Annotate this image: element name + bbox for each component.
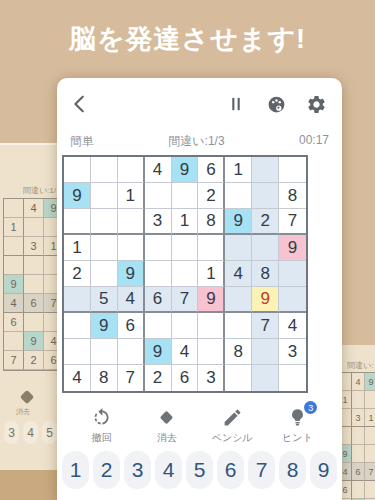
gear-icon — [306, 94, 327, 115]
cell-r8c2[interactable] — [91, 339, 118, 365]
timer: 00:17 — [299, 133, 329, 150]
cell-r8c8[interactable] — [252, 339, 279, 365]
cell-r8c3[interactable] — [118, 339, 145, 365]
mini-cell: 6 — [352, 463, 365, 481]
numpad-1[interactable]: 1 — [62, 451, 89, 489]
mini-cell — [4, 256, 24, 275]
mini-cell: 1 — [4, 218, 24, 237]
toolbar: 撤回 消去 ペンシル 3 ヒント — [57, 407, 342, 445]
mini-cell — [342, 427, 352, 445]
cell-r4c2[interactable] — [91, 235, 118, 261]
cell-r5c7[interactable]: 4 — [225, 261, 252, 287]
mini-cell — [365, 427, 375, 445]
numpad-4[interactable]: 4 — [155, 451, 182, 489]
cell-r4c4[interactable] — [145, 235, 172, 261]
cell-r5c3[interactable]: 9 — [118, 261, 145, 287]
cell-r2c1[interactable]: 9 — [64, 183, 91, 209]
mini-cell: 4 — [44, 332, 57, 351]
numpad-8[interactable]: 8 — [279, 451, 306, 489]
mini-cell — [24, 218, 44, 237]
mini-cell — [4, 237, 24, 256]
mistakes-counter: 間違い:1/3 — [168, 133, 224, 150]
cell-r4c6[interactable] — [198, 235, 225, 261]
theme-button[interactable] — [264, 92, 288, 116]
cell-r4c9[interactable]: 9 — [279, 235, 306, 261]
mini-cell: 9 — [44, 199, 57, 218]
cell-r9c7[interactable] — [225, 365, 252, 391]
cell-r8c9[interactable]: 3 — [279, 339, 306, 365]
undo-button[interactable]: 撤回 — [80, 407, 124, 445]
background-strip — [0, 470, 57, 500]
mini-cell: 7 — [4, 351, 24, 370]
cell-r7c9[interactable]: 4 — [279, 313, 306, 339]
cell-r7c4[interactable] — [145, 313, 172, 339]
eraser-icon — [20, 390, 34, 404]
cell-r3c9[interactable]: 7 — [279, 209, 306, 235]
mini-sudoku-grid-left: 491319467694726 — [3, 198, 57, 371]
cell-r1c8[interactable] — [252, 157, 279, 183]
cell-r3c6[interactable]: 8 — [198, 209, 225, 235]
mini-cell: 1 — [342, 391, 352, 409]
back-button[interactable] — [67, 91, 93, 117]
mini-cell — [24, 256, 44, 275]
mini-cell: 3 — [352, 409, 365, 427]
mini-cell — [342, 373, 352, 391]
cell-r3c4[interactable]: 3 — [145, 209, 172, 235]
cell-r3c5[interactable]: 1 — [172, 209, 199, 235]
mini-cell: 6 — [24, 294, 44, 313]
cell-r5c1[interactable]: 2 — [64, 261, 91, 287]
cell-r2c6[interactable]: 2 — [198, 183, 225, 209]
cell-r8c5[interactable]: 4 — [172, 339, 199, 365]
cell-r9c1[interactable]: 4 — [64, 365, 91, 391]
numpad-3[interactable]: 3 — [124, 451, 151, 489]
mini-cell — [342, 409, 352, 427]
mini-cell: 7 — [44, 294, 57, 313]
cell-r5c9[interactable] — [279, 261, 306, 287]
cell-r5c5[interactable] — [172, 261, 199, 287]
mini-numpad: 345 — [4, 421, 57, 444]
cell-r3c2[interactable] — [91, 209, 118, 235]
cell-r6c5[interactable]: 7 — [172, 287, 199, 313]
cell-r8c6[interactable] — [198, 339, 225, 365]
mini-cell: 4 — [352, 373, 365, 391]
mini-mistakes-label: 間違い: — [347, 360, 373, 371]
mini-cell — [44, 218, 57, 237]
sudoku-grid: 4961912831892719291485467999674948348726… — [62, 155, 308, 393]
cell-r5c8[interactable]: 8 — [252, 261, 279, 287]
cell-r1c1[interactable] — [64, 157, 91, 183]
cell-r1c5[interactable]: 9 — [172, 157, 199, 183]
mini-sudoku-grid-right: 491319467694726 — [342, 372, 375, 500]
cell-r2c5[interactable] — [172, 183, 199, 209]
cell-r4c7[interactable] — [225, 235, 252, 261]
mini-cell: 6 — [342, 481, 352, 499]
cell-r7c1[interactable] — [64, 313, 91, 339]
pause-icon — [226, 94, 246, 114]
cell-r8c1[interactable] — [64, 339, 91, 365]
cell-r6c8[interactable]: 9 — [252, 287, 279, 313]
undo-label: 撤回 — [92, 431, 112, 445]
mini-mistakes-label: 間違い:1/ — [23, 185, 56, 196]
background-screenshot-left: 間違い:1/ 491319467694726 消去 345 — [0, 143, 57, 472]
cell-r9c4[interactable]: 2 — [145, 365, 172, 391]
background-screenshot-right: 間違い: 491319467694726 — [342, 345, 375, 500]
cell-r8c7[interactable]: 8 — [225, 339, 252, 365]
palette-icon — [266, 94, 287, 115]
numpad-7[interactable]: 7 — [248, 451, 275, 489]
banner-title: 脳を発達させます! — [69, 21, 306, 57]
cell-r3c8[interactable]: 2 — [252, 209, 279, 235]
numpad-2[interactable]: 2 — [93, 451, 120, 489]
cell-r3c1[interactable] — [64, 209, 91, 235]
mini-cell — [352, 445, 365, 463]
mini-num-4: 4 — [23, 421, 38, 444]
hint-button[interactable]: 3 ヒント — [275, 407, 319, 445]
mini-cell: 6 — [44, 351, 57, 370]
status-bar: 簡単 間違い:1/3 00:17 — [57, 133, 342, 150]
hint-badge: 3 — [304, 401, 317, 414]
hint-label: ヒント — [282, 431, 313, 445]
difficulty-label: 簡単 — [70, 133, 94, 150]
cell-r4c3[interactable] — [118, 235, 145, 261]
cell-r1c7[interactable]: 1 — [225, 157, 252, 183]
mini-cell — [352, 391, 365, 409]
mini-erase-label: 消去 — [16, 407, 30, 417]
mini-cell — [24, 275, 44, 294]
pause-button[interactable] — [224, 92, 248, 116]
mini-cell — [352, 427, 365, 445]
game-card: 簡単 間違い:1/3 00:17 49619128318927192914854… — [57, 78, 342, 500]
eraser-icon — [156, 407, 177, 428]
cell-r9c3[interactable]: 7 — [118, 365, 145, 391]
cell-r8c4[interactable]: 9 — [145, 339, 172, 365]
number-pad: 123456789 — [57, 451, 342, 489]
back-chevron-icon — [75, 97, 82, 112]
cell-r4c8[interactable] — [252, 235, 279, 261]
cell-r7c2[interactable]: 9 — [91, 313, 118, 339]
cell-r7c5[interactable] — [172, 313, 199, 339]
mini-cell: 4 — [342, 463, 352, 481]
cell-r6c9[interactable] — [279, 287, 306, 313]
header-bar — [57, 88, 342, 120]
mini-cell: 1 — [44, 237, 57, 256]
mini-cell: 4 — [24, 199, 44, 218]
cell-r2c7[interactable] — [225, 183, 252, 209]
cell-r6c6[interactable]: 9 — [198, 287, 225, 313]
cell-r4c5[interactable] — [172, 235, 199, 261]
mini-cell — [4, 199, 24, 218]
mini-cell: 1 — [365, 409, 375, 427]
mini-cell: 9 — [342, 445, 352, 463]
cell-r2c3[interactable]: 1 — [118, 183, 145, 209]
mini-cell — [44, 256, 57, 275]
cell-r9c5[interactable]: 6 — [172, 365, 199, 391]
numpad-6[interactable]: 6 — [217, 451, 244, 489]
mini-cell: 3 — [24, 237, 44, 256]
cell-r1c9[interactable] — [279, 157, 306, 183]
numpad-9[interactable]: 9 — [310, 451, 337, 489]
mini-cell: 9 — [24, 332, 44, 351]
mini-cell: 6 — [4, 313, 24, 332]
cell-r7c6[interactable] — [198, 313, 225, 339]
cell-r4c1[interactable]: 1 — [64, 235, 91, 261]
mini-cell — [4, 332, 24, 351]
cell-r9c9[interactable] — [279, 365, 306, 391]
cell-r3c7[interactable]: 9 — [225, 209, 252, 235]
mini-cell: 9 — [4, 275, 24, 294]
cell-r6c7[interactable] — [225, 287, 252, 313]
pencil-button[interactable]: ペンシル — [210, 407, 254, 445]
mini-cell — [365, 481, 375, 499]
cell-r7c8[interactable]: 7 — [252, 313, 279, 339]
cell-r7c7[interactable] — [225, 313, 252, 339]
mini-cell — [352, 481, 365, 499]
pencil-icon — [222, 407, 243, 428]
cell-r9c2[interactable]: 8 — [91, 365, 118, 391]
cell-r2c2[interactable] — [91, 183, 118, 209]
erase-button[interactable]: 消去 — [145, 407, 189, 445]
mini-num-3: 3 — [4, 421, 19, 444]
settings-button[interactable] — [304, 92, 328, 116]
cell-r9c8[interactable] — [252, 365, 279, 391]
cell-r5c6[interactable]: 1 — [198, 261, 225, 287]
cell-r6c1[interactable] — [64, 287, 91, 313]
mini-cell — [24, 313, 44, 332]
cell-r3c3[interactable] — [118, 209, 145, 235]
mini-cell: 9 — [365, 373, 375, 391]
cell-r6c3[interactable]: 4 — [118, 287, 145, 313]
pencil-label: ペンシル — [212, 431, 253, 445]
cell-r6c4[interactable]: 6 — [145, 287, 172, 313]
mini-cell: 7 — [365, 463, 375, 481]
mini-cell: 4 — [4, 294, 24, 313]
mini-cell — [44, 313, 57, 332]
cell-r2c8[interactable] — [252, 183, 279, 209]
cell-r1c2[interactable] — [91, 157, 118, 183]
mini-cell — [44, 275, 57, 294]
cell-r5c2[interactable] — [91, 261, 118, 287]
mini-cell: 2 — [24, 351, 44, 370]
app-banner: 脳を発達させます! — [0, 0, 375, 78]
cell-r1c6[interactable]: 6 — [198, 157, 225, 183]
mini-cell — [365, 391, 375, 409]
mini-cell — [365, 445, 375, 463]
cell-r1c3[interactable] — [118, 157, 145, 183]
cell-r9c6[interactable]: 3 — [198, 365, 225, 391]
cell-r5c4[interactable] — [145, 261, 172, 287]
mini-num-5: 5 — [42, 421, 57, 444]
cell-r6c2[interactable]: 5 — [91, 287, 118, 313]
cell-r2c4[interactable] — [145, 183, 172, 209]
undo-icon — [91, 407, 112, 428]
erase-label: 消去 — [157, 431, 177, 445]
cell-r7c3[interactable]: 6 — [118, 313, 145, 339]
cell-r1c4[interactable]: 4 — [145, 157, 172, 183]
cell-r2c9[interactable]: 8 — [279, 183, 306, 209]
numpad-5[interactable]: 5 — [186, 451, 213, 489]
